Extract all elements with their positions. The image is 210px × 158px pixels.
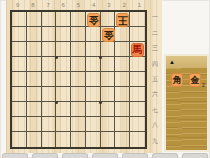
file-label: 3 (101, 1, 116, 9)
bottom-tab[interactable] (62, 153, 88, 158)
star-dot (99, 101, 102, 104)
file-label: 1 (132, 1, 147, 9)
file-label: 5 (71, 1, 86, 9)
rank-label: 一 (149, 10, 161, 25)
bottom-tab[interactable] (182, 153, 208, 158)
tsume-widget: 987654321 金王金馬 一二三四五六七八九 ▲ 角金2 (0, 0, 210, 158)
hand-gold[interactable]: 金 (189, 73, 201, 87)
bottom-tab[interactable] (2, 153, 28, 158)
rank-label: 三 (149, 41, 161, 56)
rank-labels: 一二三四五六七八九 (149, 10, 161, 149)
sente-hand-tray: ▲ 角金2 (164, 54, 209, 152)
rank-label: 八 (149, 118, 161, 133)
rank-label: 七 (149, 103, 161, 118)
rank-label: 九 (149, 134, 161, 149)
star-dot (99, 56, 102, 59)
bottom-tab[interactable] (152, 153, 178, 158)
file-label: 4 (86, 1, 101, 9)
sente-horse-13[interactable]: 馬 (131, 43, 144, 57)
rank-label: 四 (149, 56, 161, 71)
file-label: 7 (40, 1, 55, 9)
gote-king-21[interactable]: 王 (116, 13, 129, 27)
gote-gold-41[interactable]: 金 (87, 13, 100, 27)
file-labels: 987654321 (10, 1, 147, 9)
bottom-tab[interactable] (122, 153, 148, 158)
star-dot (55, 101, 58, 104)
sente-turn-marker: ▲ (169, 56, 175, 68)
rank-label: 二 (149, 25, 161, 40)
rank-label: 六 (149, 87, 161, 102)
gote-gold-32[interactable]: 金 (102, 28, 115, 42)
file-label: 9 (10, 1, 25, 9)
tray-header: ▲ (166, 56, 207, 68)
bottom-tab[interactable] (32, 153, 58, 158)
file-label: 6 (56, 1, 71, 9)
pieces-layer: 金王金馬 (12, 12, 145, 147)
star-dot (55, 56, 58, 59)
hand-bishop[interactable]: 角 (171, 73, 183, 87)
rank-label: 五 (149, 72, 161, 87)
file-label: 8 (25, 1, 40, 9)
board-panel: 987654321 金王金馬 一二三四五六七八九 (6, 0, 162, 153)
bottom-tabs (2, 153, 208, 158)
bottom-tab[interactable] (92, 153, 118, 158)
file-label: 2 (117, 1, 132, 9)
hand-gold-count: 2 (202, 82, 205, 88)
